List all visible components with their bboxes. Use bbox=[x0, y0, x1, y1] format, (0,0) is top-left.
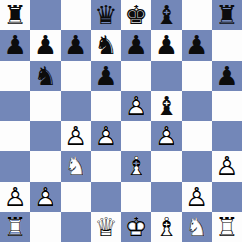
white-pawn-piece[interactable]: ♟♙ bbox=[61, 121, 91, 151]
square-h6[interactable]: ♟ bbox=[212, 61, 242, 91]
square-g7[interactable]: ♟ bbox=[182, 30, 212, 60]
white-pawn-piece[interactable]: ♟♙ bbox=[212, 151, 242, 181]
black-rook-piece[interactable]: ♜ bbox=[0, 0, 30, 30]
chess-board: ♜♛♚♝♜♟♟♟♞♟♟♟♞♟♟♟♙♝♟♙♟♙♟♙♞♘♝♗♟♙♟♙♟♙♟♙♜♖♛♕… bbox=[0, 0, 242, 242]
square-g3[interactable] bbox=[182, 151, 212, 181]
square-c7[interactable]: ♟ bbox=[61, 30, 91, 60]
black-bishop-piece[interactable]: ♝ bbox=[151, 91, 181, 121]
square-g4[interactable] bbox=[182, 121, 212, 151]
square-g2[interactable]: ♟♙ bbox=[182, 182, 212, 212]
square-h4[interactable] bbox=[212, 121, 242, 151]
white-pawn-piece[interactable]: ♟♙ bbox=[0, 182, 30, 212]
square-b4[interactable] bbox=[30, 121, 60, 151]
piece-outline-glyph: ♘ bbox=[182, 212, 212, 242]
piece-fill-glyph: ♟ bbox=[30, 30, 60, 60]
square-d5[interactable] bbox=[91, 91, 121, 121]
square-a7[interactable]: ♟ bbox=[0, 30, 30, 60]
piece-outline-glyph: ♙ bbox=[91, 121, 121, 151]
black-knight-piece[interactable]: ♞ bbox=[91, 30, 121, 60]
square-c3[interactable]: ♞♘ bbox=[61, 151, 91, 181]
black-rook-piece[interactable]: ♜ bbox=[212, 0, 242, 30]
piece-outline-glyph: ♙ bbox=[182, 182, 212, 212]
square-a1[interactable]: ♜♖ bbox=[0, 212, 30, 242]
piece-fill-glyph: ♝ bbox=[151, 0, 181, 30]
black-queen-piece[interactable]: ♛ bbox=[91, 0, 121, 30]
white-pawn-piece[interactable]: ♟♙ bbox=[121, 91, 151, 121]
piece-outline-glyph: ♙ bbox=[212, 151, 242, 181]
square-c1[interactable] bbox=[61, 212, 91, 242]
piece-outline-glyph: ♘ bbox=[61, 151, 91, 181]
square-e8[interactable]: ♚ bbox=[121, 0, 151, 30]
square-f5[interactable]: ♝ bbox=[151, 91, 181, 121]
square-g5[interactable] bbox=[182, 91, 212, 121]
white-queen-piece[interactable]: ♛♕ bbox=[91, 212, 121, 242]
white-knight-piece[interactable]: ♞♘ bbox=[61, 151, 91, 181]
piece-fill-glyph: ♟ bbox=[0, 30, 30, 60]
square-f3[interactable] bbox=[151, 151, 181, 181]
square-g8[interactable] bbox=[182, 0, 212, 30]
black-knight-piece[interactable]: ♞ bbox=[30, 61, 60, 91]
black-bishop-piece[interactable]: ♝ bbox=[151, 0, 181, 30]
square-a5[interactable] bbox=[0, 91, 30, 121]
square-a2[interactable]: ♟♙ bbox=[0, 182, 30, 212]
square-d6[interactable]: ♟ bbox=[91, 61, 121, 91]
black-pawn-piece[interactable]: ♟ bbox=[0, 30, 30, 60]
piece-fill-glyph: ♟ bbox=[91, 61, 121, 91]
piece-outline-glyph: ♙ bbox=[121, 91, 151, 121]
piece-fill-glyph: ♞ bbox=[30, 61, 60, 91]
white-bishop-piece[interactable]: ♝♗ bbox=[151, 212, 181, 242]
black-pawn-piece[interactable]: ♟ bbox=[182, 30, 212, 60]
square-e7[interactable]: ♟ bbox=[121, 30, 151, 60]
piece-outline-glyph: ♖ bbox=[0, 212, 30, 242]
square-f1[interactable]: ♝♗ bbox=[151, 212, 181, 242]
square-c5[interactable] bbox=[61, 91, 91, 121]
piece-fill-glyph: ♜ bbox=[0, 0, 30, 30]
white-pawn-piece[interactable]: ♟♙ bbox=[151, 121, 181, 151]
white-pawn-piece[interactable]: ♟♙ bbox=[91, 121, 121, 151]
square-g6[interactable] bbox=[182, 61, 212, 91]
piece-outline-glyph: ♙ bbox=[30, 182, 60, 212]
piece-fill-glyph: ♛ bbox=[91, 0, 121, 30]
piece-outline-glyph: ♙ bbox=[151, 121, 181, 151]
square-d3[interactable] bbox=[91, 151, 121, 181]
square-f2[interactable] bbox=[151, 182, 181, 212]
piece-outline-glyph: ♙ bbox=[61, 121, 91, 151]
piece-fill-glyph: ♟ bbox=[151, 30, 181, 60]
square-d8[interactable]: ♛ bbox=[91, 0, 121, 30]
piece-fill-glyph: ♚ bbox=[121, 0, 151, 30]
white-bishop-piece[interactable]: ♝♗ bbox=[121, 151, 151, 181]
piece-fill-glyph: ♟ bbox=[182, 30, 212, 60]
white-rook-piece[interactable]: ♜♖ bbox=[212, 212, 242, 242]
black-pawn-piece[interactable]: ♟ bbox=[91, 61, 121, 91]
square-c8[interactable] bbox=[61, 0, 91, 30]
piece-fill-glyph: ♝ bbox=[151, 91, 181, 121]
square-c4[interactable]: ♟♙ bbox=[61, 121, 91, 151]
black-pawn-piece[interactable]: ♟ bbox=[212, 61, 242, 91]
square-a4[interactable] bbox=[0, 121, 30, 151]
square-h8[interactable]: ♜ bbox=[212, 0, 242, 30]
square-b5[interactable] bbox=[30, 91, 60, 121]
square-c2[interactable] bbox=[61, 182, 91, 212]
black-pawn-piece[interactable]: ♟ bbox=[30, 30, 60, 60]
square-g1[interactable]: ♞♘ bbox=[182, 212, 212, 242]
white-pawn-piece[interactable]: ♟♙ bbox=[182, 182, 212, 212]
white-rook-piece[interactable]: ♜♖ bbox=[0, 212, 30, 242]
square-b6[interactable]: ♞ bbox=[30, 61, 60, 91]
square-e1[interactable]: ♚♔ bbox=[121, 212, 151, 242]
piece-outline-glyph: ♗ bbox=[121, 151, 151, 181]
square-d4[interactable]: ♟♙ bbox=[91, 121, 121, 151]
square-a3[interactable] bbox=[0, 151, 30, 181]
black-king-piece[interactable]: ♚ bbox=[121, 0, 151, 30]
square-e6[interactable] bbox=[121, 61, 151, 91]
square-b8[interactable] bbox=[30, 0, 60, 30]
square-e5[interactable]: ♟♙ bbox=[121, 91, 151, 121]
square-f4[interactable]: ♟♙ bbox=[151, 121, 181, 151]
piece-outline-glyph: ♖ bbox=[212, 212, 242, 242]
square-c6[interactable] bbox=[61, 61, 91, 91]
piece-fill-glyph: ♟ bbox=[212, 61, 242, 91]
piece-fill-glyph: ♞ bbox=[91, 30, 121, 60]
piece-fill-glyph: ♟ bbox=[61, 30, 91, 60]
square-f8[interactable]: ♝ bbox=[151, 0, 181, 30]
square-b2[interactable]: ♟♙ bbox=[30, 182, 60, 212]
square-h5[interactable] bbox=[212, 91, 242, 121]
square-e2[interactable] bbox=[121, 182, 151, 212]
piece-fill-glyph: ♜ bbox=[212, 0, 242, 30]
square-f6[interactable] bbox=[151, 61, 181, 91]
piece-outline-glyph: ♙ bbox=[0, 182, 30, 212]
square-f7[interactable]: ♟ bbox=[151, 30, 181, 60]
white-king-piece[interactable]: ♚♔ bbox=[121, 212, 151, 242]
square-a8[interactable]: ♜ bbox=[0, 0, 30, 30]
piece-outline-glyph: ♕ bbox=[91, 212, 121, 242]
white-pawn-piece[interactable]: ♟♙ bbox=[30, 182, 60, 212]
square-h7[interactable] bbox=[212, 30, 242, 60]
square-e3[interactable]: ♝♗ bbox=[121, 151, 151, 181]
square-d7[interactable]: ♞ bbox=[91, 30, 121, 60]
square-b1[interactable] bbox=[30, 212, 60, 242]
square-b7[interactable]: ♟ bbox=[30, 30, 60, 60]
square-h1[interactable]: ♜♖ bbox=[212, 212, 242, 242]
square-a6[interactable] bbox=[0, 61, 30, 91]
black-pawn-piece[interactable]: ♟ bbox=[151, 30, 181, 60]
black-pawn-piece[interactable]: ♟ bbox=[121, 30, 151, 60]
square-e4[interactable] bbox=[121, 121, 151, 151]
square-d1[interactable]: ♛♕ bbox=[91, 212, 121, 242]
white-knight-piece[interactable]: ♞♘ bbox=[182, 212, 212, 242]
square-d2[interactable] bbox=[91, 182, 121, 212]
piece-outline-glyph: ♗ bbox=[151, 212, 181, 242]
square-b3[interactable] bbox=[30, 151, 60, 181]
black-pawn-piece[interactable]: ♟ bbox=[61, 30, 91, 60]
square-h3[interactable]: ♟♙ bbox=[212, 151, 242, 181]
piece-fill-glyph: ♟ bbox=[121, 30, 151, 60]
piece-outline-glyph: ♔ bbox=[121, 212, 151, 242]
square-h2[interactable] bbox=[212, 182, 242, 212]
